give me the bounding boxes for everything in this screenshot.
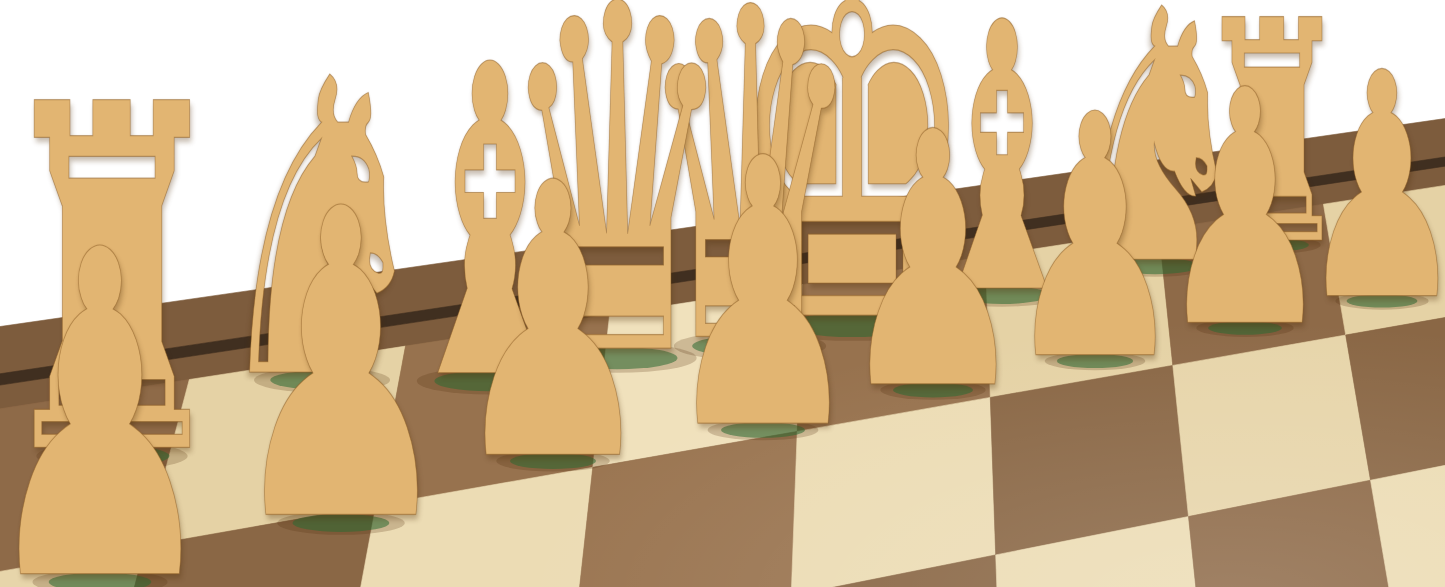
felt-base (692, 335, 808, 356)
felt-base (893, 383, 973, 398)
felt-base (1057, 354, 1133, 368)
felt-base (557, 347, 678, 369)
felt-base (1208, 321, 1282, 335)
felt-base (293, 514, 390, 532)
board-square (1323, 180, 1445, 335)
felt-base (787, 313, 917, 337)
felt-base (1111, 258, 1199, 274)
felt-base (55, 445, 170, 466)
felt-base (954, 286, 1050, 304)
product-photo-stage: ♜♞♝♟♚♟♛♛♟♞♝♟♟♜♟♟♟ (0, 0, 1445, 587)
felt-base (510, 453, 596, 469)
felt-base (1347, 294, 1418, 307)
felt-base (1235, 238, 1309, 252)
felt-base (270, 370, 373, 389)
chess-board (0, 0, 1445, 587)
felt-base (434, 371, 545, 392)
felt-base (721, 422, 805, 438)
